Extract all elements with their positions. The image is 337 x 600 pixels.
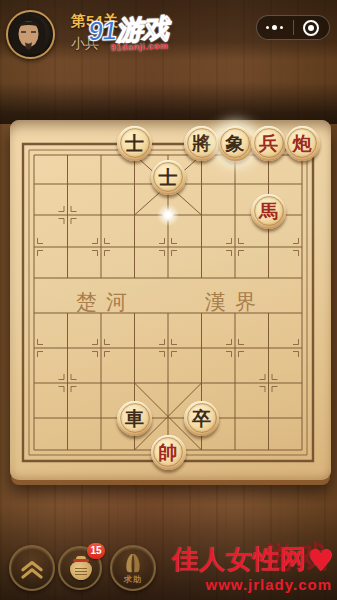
piece-red-pawn[interactable]: 兵 bbox=[251, 126, 286, 161]
game-screen: 楚河 漢界 士將象兵炮士馬車卒帥 第54关 小兵 91游戏 91danji.co… bbox=[0, 0, 337, 600]
piece-glyph: 帥 bbox=[159, 443, 178, 462]
piece-red-horse[interactable]: 馬 bbox=[251, 194, 286, 229]
piece-black-pawn[interactable]: 卒 bbox=[184, 401, 219, 436]
help-label: 求助 bbox=[112, 574, 154, 585]
more-dots-icon bbox=[280, 26, 283, 29]
piece-black-advisor[interactable]: 士 bbox=[151, 160, 186, 195]
piece-glyph: 象 bbox=[226, 134, 245, 153]
brocade-bag-icon bbox=[70, 561, 92, 580]
more-button[interactable] bbox=[257, 16, 293, 39]
91games-logo: 91游戏 91danji.com bbox=[87, 16, 168, 54]
piece-glyph: 炮 bbox=[293, 134, 312, 153]
piece-glyph: 馬 bbox=[259, 202, 278, 221]
ask-help-button[interactable]: 求助 bbox=[110, 545, 156, 591]
piece-black-advisor[interactable]: 士 bbox=[117, 126, 152, 161]
piece-glyph: 兵 bbox=[259, 134, 278, 153]
avatar-image bbox=[8, 12, 49, 53]
hint-bag-button[interactable]: 15 bbox=[58, 546, 102, 590]
more-dots-icon bbox=[272, 25, 277, 30]
piece-glyph: 士 bbox=[125, 134, 144, 153]
bag-count-badge: 15 bbox=[87, 543, 105, 559]
piece-red-cannon[interactable]: 炮 bbox=[285, 126, 320, 161]
piece-glyph: 將 bbox=[192, 134, 211, 153]
chevron-up-icon bbox=[11, 547, 53, 589]
close-button[interactable] bbox=[294, 16, 330, 39]
more-dots-icon bbox=[266, 26, 269, 29]
header-bar: 第54关 小兵 91游戏 91danji.com bbox=[0, 0, 337, 62]
avatar bbox=[6, 10, 55, 59]
piece-black-general[interactable]: 將 bbox=[184, 126, 219, 161]
river-label-right: 漢界 bbox=[205, 288, 265, 316]
piece-black-chariot[interactable]: 車 bbox=[117, 401, 152, 436]
sparkle-marker bbox=[157, 204, 179, 226]
piece-glyph: 士 bbox=[159, 168, 178, 187]
bag-pattern bbox=[75, 567, 87, 575]
piece-glyph: 卒 bbox=[192, 409, 211, 428]
piece-glyph: 車 bbox=[125, 409, 144, 428]
river-label-left: 楚河 bbox=[76, 288, 136, 316]
miniprogram-capsule bbox=[256, 15, 330, 40]
collapse-button[interactable] bbox=[9, 545, 55, 591]
piece-black-elephant[interactable]: 象 bbox=[218, 126, 253, 161]
piece-red-general[interactable]: 帥 bbox=[151, 435, 186, 470]
footer-bar: 15 求助 bbox=[0, 538, 337, 600]
target-circle-icon bbox=[303, 20, 319, 36]
xiangqi-board[interactable]: 楚河 漢界 士將象兵炮士馬車卒帥 bbox=[10, 120, 331, 480]
